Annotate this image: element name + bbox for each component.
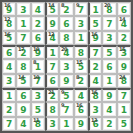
cage-sum-label: 16 xyxy=(4,3,10,8)
cell-digit: 5 xyxy=(106,49,112,58)
cell-r9c7[interactable]: 136 xyxy=(88,117,102,131)
cell-digit: 9 xyxy=(20,106,26,115)
sudoku-board: 1693414582971208612812963571441657612481… xyxy=(0,0,133,133)
cell-r7c3[interactable]: 3 xyxy=(31,88,45,102)
cell-r5c7[interactable]: 2 xyxy=(88,59,102,73)
cell-r5c4[interactable]: 7 xyxy=(45,59,59,73)
cell-r8c5[interactable]: 97 xyxy=(59,102,73,116)
cell-digit: 3 xyxy=(20,6,26,15)
cell-digit: 1 xyxy=(63,120,69,129)
cell-r6c5[interactable]: 9 xyxy=(59,74,73,88)
cell-r2c6[interactable]: 3 xyxy=(74,16,88,30)
cell-digit: 6 xyxy=(20,92,26,101)
cell-r4c6[interactable]: 8 xyxy=(74,45,88,59)
cell-r5c1[interactable]: 4 xyxy=(2,59,16,73)
cell-r5c6[interactable]: 155 xyxy=(74,59,88,73)
cell-digit: 3 xyxy=(6,77,12,86)
cell-digit: 1 xyxy=(121,106,127,115)
cell-digit: 7 xyxy=(121,92,127,101)
cell-r2c3[interactable]: 2 xyxy=(31,16,45,30)
cage-sum-label: 16 xyxy=(91,32,97,37)
cell-r3c5[interactable]: 8 xyxy=(59,31,73,45)
cell-r2c9[interactable]: 144 xyxy=(117,16,131,30)
cell-r9c5[interactable]: 1 xyxy=(59,117,73,131)
cell-digit: 2 xyxy=(106,120,112,129)
cell-r4c9[interactable]: 153 xyxy=(117,45,131,59)
cell-digit: 1 xyxy=(6,92,12,101)
cell-r3c2[interactable]: 7 xyxy=(16,31,30,45)
cell-r1c1[interactable]: 169 xyxy=(2,2,16,16)
cell-digit: 5 xyxy=(121,120,127,129)
cell-r5c2[interactable]: 8 xyxy=(16,59,30,73)
cage-sum-label: 8 xyxy=(33,60,36,65)
cell-r7c5[interactable]: 95 xyxy=(59,88,73,102)
cell-r1c8[interactable]: 208 xyxy=(102,2,116,16)
cage-sum-label: 20 xyxy=(61,47,67,52)
cell-digit: 8 xyxy=(78,49,84,58)
cell-r4c1[interactable]: 6 xyxy=(2,45,16,59)
cell-digit: 6 xyxy=(121,6,127,15)
cell-r4c5[interactable]: 204 xyxy=(59,45,73,59)
cell-digit: 7 xyxy=(93,49,99,58)
cell-r5c3[interactable]: 81 xyxy=(31,59,45,73)
cell-r8c2[interactable]: 9 xyxy=(16,102,30,116)
cell-r6c9[interactable]: 248 xyxy=(117,74,131,88)
cell-digit: 5 xyxy=(93,20,99,29)
cell-digit: 6 xyxy=(50,77,56,86)
cell-r4c2[interactable]: 172 xyxy=(16,45,30,59)
cell-digit: 4 xyxy=(106,106,112,115)
cell-r9c1[interactable]: 7 xyxy=(2,117,16,131)
cell-r4c8[interactable]: 5 xyxy=(102,45,116,59)
cage-sum-label: 9 xyxy=(76,3,79,8)
cell-r7c7[interactable]: 168 xyxy=(88,88,102,102)
cell-digit: 8 xyxy=(50,106,56,115)
cell-digit: 6 xyxy=(6,49,12,58)
cell-digit: 4 xyxy=(78,92,84,101)
cell-r1c6[interactable]: 97 xyxy=(74,2,88,16)
cell-r3c1[interactable]: 165 xyxy=(2,31,16,45)
cage-sum-label: 8 xyxy=(76,75,79,80)
cell-r1c9[interactable]: 6 xyxy=(117,2,131,16)
cell-r2c5[interactable]: 6 xyxy=(59,16,73,30)
cell-r9c9[interactable]: 5 xyxy=(117,117,131,131)
cell-r9c4[interactable]: 3 xyxy=(45,117,59,131)
cage-sum-label: 10 xyxy=(33,75,39,80)
cell-r1c5[interactable]: 82 xyxy=(59,2,73,16)
cell-r6c6[interactable]: 82 xyxy=(74,74,88,88)
cage-sum-label: 14 xyxy=(48,3,54,8)
cell-digit: 8 xyxy=(63,34,69,43)
cell-digit: 9 xyxy=(106,92,112,101)
cell-r6c8[interactable]: 1 xyxy=(102,74,116,88)
cell-r6c2[interactable]: 145 xyxy=(16,74,30,88)
cell-digit: 7 xyxy=(20,34,26,43)
cell-r8c8[interactable]: 4 xyxy=(102,102,116,116)
cell-r3c9[interactable]: 2 xyxy=(117,31,131,45)
cell-r3c3[interactable]: 6 xyxy=(31,31,45,45)
cage-sum-label: 24 xyxy=(119,75,125,80)
cell-r5c8[interactable]: 6 xyxy=(102,59,116,73)
cell-digit: 3 xyxy=(50,120,56,129)
cell-r4c7[interactable]: 7 xyxy=(88,45,102,59)
cell-r1c4[interactable]: 145 xyxy=(45,2,59,16)
cell-digit: 2 xyxy=(6,106,12,115)
cell-digit: 3 xyxy=(106,34,112,43)
cell-digit: 1 xyxy=(93,6,99,15)
cell-r6c1[interactable]: 3 xyxy=(2,74,16,88)
cell-digit: 4 xyxy=(35,6,41,15)
cell-digit: 1 xyxy=(106,77,112,86)
cell-r4c3[interactable]: 109 xyxy=(31,45,45,59)
cell-digit: 6 xyxy=(63,20,69,29)
cell-r6c7[interactable]: 4 xyxy=(88,74,102,88)
cage-sum-label: 21 xyxy=(48,90,54,95)
cell-digit: 8 xyxy=(20,63,26,72)
cage-sum-label: 16 xyxy=(4,32,10,37)
cell-r8c6[interactable]: 166 xyxy=(74,102,88,116)
cage-sum-label: 12 xyxy=(48,32,54,37)
cage-sum-label: 14 xyxy=(119,17,125,22)
cell-r7c1[interactable]: 1 xyxy=(2,88,16,102)
cell-r1c3[interactable]: 4 xyxy=(31,2,45,16)
cell-r9c8[interactable]: 2 xyxy=(102,117,116,131)
cage-sum-label: 15 xyxy=(76,60,82,65)
cell-digit: 4 xyxy=(20,120,26,129)
cell-digit: 7 xyxy=(106,20,112,29)
cell-digit: 2 xyxy=(121,34,127,43)
cell-r8c4[interactable]: 8 xyxy=(45,102,59,116)
cell-digit: 6 xyxy=(35,34,41,43)
cell-r5c5[interactable]: 3 xyxy=(59,59,73,73)
cell-digit: 3 xyxy=(93,106,99,115)
cage-sum-label: 14 xyxy=(18,75,24,80)
cell-digit: 3 xyxy=(78,20,84,29)
cell-digit: 6 xyxy=(106,63,112,72)
cell-r3c8[interactable]: 3 xyxy=(102,31,116,45)
cell-r6c4[interactable]: 6 xyxy=(45,74,59,88)
cage-sum-label: 13 xyxy=(91,118,97,123)
cell-r7c8[interactable]: 9 xyxy=(102,88,116,102)
cell-r1c2[interactable]: 3 xyxy=(16,2,30,16)
cell-r8c9[interactable]: 1 xyxy=(117,102,131,116)
cell-r5c9[interactable]: 9 xyxy=(117,59,131,73)
cell-digit: 9 xyxy=(63,77,69,86)
cell-r3c6[interactable]: 1 xyxy=(74,31,88,45)
cage-sum-label: 8 xyxy=(61,3,64,8)
cell-r7c6[interactable]: 4 xyxy=(74,88,88,102)
cell-r7c9[interactable]: 7 xyxy=(117,88,131,102)
cell-r9c2[interactable]: 4 xyxy=(16,117,30,131)
cell-digit: 3 xyxy=(63,63,69,72)
cell-r2c8[interactable]: 7 xyxy=(102,16,116,30)
cell-r8c3[interactable]: 5 xyxy=(31,102,45,116)
cage-sum-label: 9 xyxy=(61,103,64,108)
cell-r2c4[interactable]: 9 xyxy=(45,16,59,30)
cage-sum-label: 16 xyxy=(76,103,82,108)
cell-digit: 4 xyxy=(93,77,99,86)
cell-r9c3[interactable]: 118 xyxy=(31,117,45,131)
cell-digit: 9 xyxy=(121,63,127,72)
cell-digit: 1 xyxy=(20,20,26,29)
cage-sum-label: 15 xyxy=(119,47,125,52)
cell-digit: 2 xyxy=(93,63,99,72)
cell-digit: 7 xyxy=(50,63,56,72)
cage-sum-label: 16 xyxy=(91,90,97,95)
cage-sum-label: 17 xyxy=(18,47,24,52)
cell-digit: 7 xyxy=(6,120,12,129)
cage-sum-label: 10 xyxy=(33,47,39,52)
cell-digit: 5 xyxy=(35,106,41,115)
cage-sum-label: 11 xyxy=(33,118,39,123)
cell-r8c1[interactable]: 2 xyxy=(2,102,16,116)
cell-digit: 1 xyxy=(50,49,56,58)
cell-r2c1[interactable]: 128 xyxy=(2,16,16,30)
cell-r3c4[interactable]: 124 xyxy=(45,31,59,45)
cell-r7c2[interactable]: 6 xyxy=(16,88,30,102)
cell-r4c4[interactable]: 1 xyxy=(45,45,59,59)
cell-digit: 2 xyxy=(35,20,41,29)
cell-r8c7[interactable]: 3 xyxy=(88,102,102,116)
cell-r2c2[interactable]: 1 xyxy=(16,16,30,30)
cell-r9c6[interactable]: 9 xyxy=(74,117,88,131)
cell-r2c7[interactable]: 5 xyxy=(88,16,102,30)
cell-r1c7[interactable]: 1 xyxy=(88,2,102,16)
cell-digit: 1 xyxy=(78,34,84,43)
cell-r6c3[interactable]: 107 xyxy=(31,74,45,88)
cell-digit: 4 xyxy=(6,63,12,72)
cell-digit: 9 xyxy=(50,20,56,29)
cell-r3c7[interactable]: 169 xyxy=(88,31,102,45)
cage-sum-label: 20 xyxy=(104,3,110,8)
cage-sum-label: 9 xyxy=(61,90,64,95)
cell-digit: 3 xyxy=(35,92,41,101)
cell-r7c4[interactable]: 212 xyxy=(45,88,59,102)
cell-digit: 9 xyxy=(78,120,84,129)
cage-sum-label: 12 xyxy=(4,17,10,22)
